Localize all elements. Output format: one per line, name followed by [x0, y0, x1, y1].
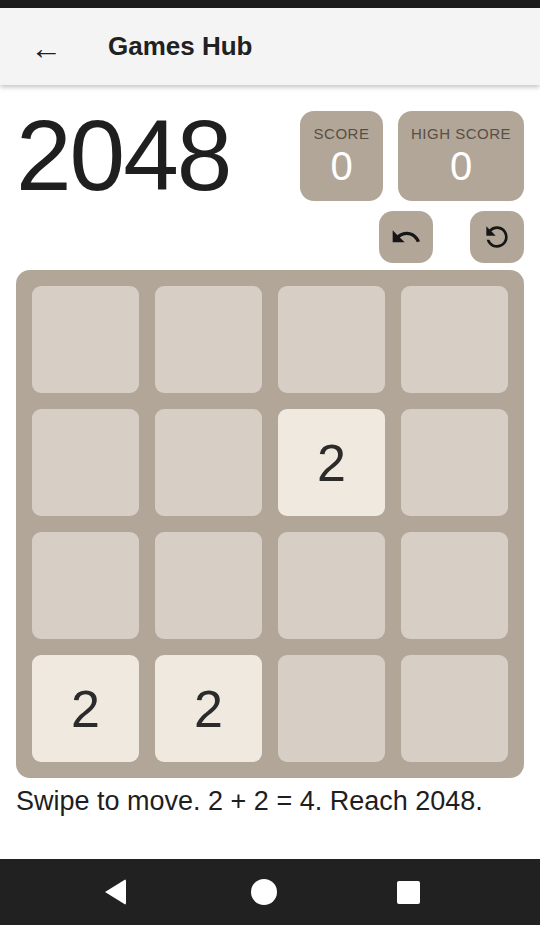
high-score-box: HIGH SCORE 0: [398, 111, 524, 201]
score-box: SCORE 0: [300, 111, 383, 201]
back-button[interactable]: ←: [22, 24, 70, 72]
empty-cell: [32, 286, 139, 393]
empty-cell: [32, 409, 139, 516]
screen: ← Games Hub 2048 SCORE 0 HIGH SCORE 0 22…: [0, 0, 540, 925]
empty-cell: [278, 532, 385, 639]
high-score-label: HIGH SCORE: [411, 125, 511, 142]
empty-cell: [278, 655, 385, 762]
board-2048[interactable]: 222: [16, 270, 524, 778]
nav-recents-button[interactable]: [378, 859, 438, 925]
home-circle-icon: [251, 879, 277, 905]
tile-2: 2: [32, 655, 139, 762]
score-value: 0: [330, 144, 352, 189]
undo-icon: [390, 221, 422, 253]
app-bar-title: Games Hub: [108, 8, 253, 85]
empty-cell: [401, 409, 508, 516]
status-bar: [0, 0, 540, 8]
empty-cell: [32, 532, 139, 639]
tile-2: 2: [278, 409, 385, 516]
restart-icon: [481, 221, 513, 253]
android-nav-bar: [0, 859, 540, 925]
back-triangle-icon: [105, 879, 126, 905]
nav-home-button[interactable]: [234, 859, 294, 925]
instruction-text: Swipe to move. 2 + 2 = 4. Reach 2048.: [16, 786, 528, 817]
undo-button[interactable]: [379, 211, 433, 263]
nav-back-button[interactable]: [85, 859, 145, 925]
tile-2: 2: [155, 655, 262, 762]
empty-cell: [155, 409, 262, 516]
restart-button[interactable]: [470, 211, 524, 263]
empty-cell: [278, 286, 385, 393]
empty-cell: [155, 286, 262, 393]
empty-cell: [155, 532, 262, 639]
recents-square-icon: [397, 881, 420, 904]
empty-cell: [401, 655, 508, 762]
empty-cell: [401, 286, 508, 393]
arrow-left-icon: ←: [30, 30, 62, 67]
high-score-value: 0: [450, 144, 472, 189]
empty-cell: [401, 532, 508, 639]
score-label: SCORE: [314, 125, 370, 142]
app-bar: ← Games Hub: [0, 8, 540, 85]
game-title: 2048: [16, 100, 286, 210]
